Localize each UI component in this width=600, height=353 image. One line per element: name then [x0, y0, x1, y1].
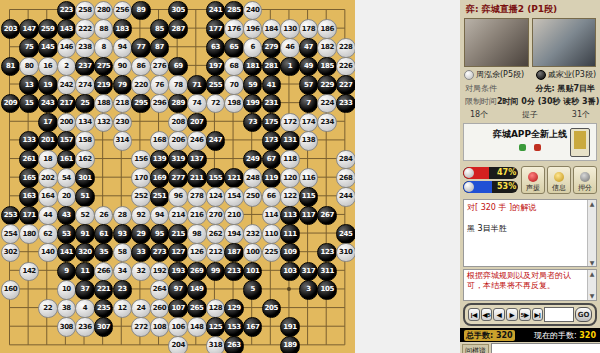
stone-w-32: 32 [131, 262, 151, 282]
notice-text: 根据弈城规则以及对局者的认可，本结果将不再反复。 [467, 271, 571, 290]
stone-b-165: 165 [19, 168, 39, 188]
stone-w-308: 308 [57, 317, 77, 337]
stone-b-69: 69 [168, 57, 188, 77]
stone-b-287: 287 [168, 19, 188, 39]
scroll-up-icon[interactable]: ▲ [590, 270, 595, 278]
stone-w-200: 200 [57, 113, 77, 133]
nav-first-button[interactable]: |◀ [468, 308, 480, 321]
stone-w-182: 182 [317, 38, 337, 58]
stone-b-319: 319 [168, 150, 188, 170]
conditions-row: 对局条件 分先: 黑贴7目半 [460, 82, 600, 95]
stone-w-130: 130 [280, 19, 300, 39]
stone-b-79: 79 [113, 75, 133, 95]
stone-b-171: 171 [19, 206, 39, 226]
apple-icon[interactable] [534, 144, 541, 151]
stone-b-143: 143 [57, 19, 77, 39]
stone-b-63: 63 [206, 38, 226, 58]
stone-b-119: 119 [262, 168, 282, 188]
stone-b-71: 71 [187, 75, 207, 95]
stone-w-274: 274 [75, 75, 95, 95]
go-button[interactable]: GO [575, 307, 592, 322]
stone-w-52: 52 [75, 206, 95, 226]
nav-last-button[interactable]: ▶| [532, 308, 544, 321]
stone-w-226: 226 [336, 57, 356, 77]
current-move-value: 320 [579, 331, 596, 340]
stone-b-23: 23 [113, 280, 133, 300]
stone-w-318: 318 [206, 336, 226, 353]
stone-b-53: 53 [57, 224, 77, 244]
stone-w-172: 172 [280, 113, 300, 133]
stone-w-78: 78 [168, 75, 188, 95]
nav-back5-button[interactable]: ◀5 [481, 308, 493, 321]
stone-w-34: 34 [113, 262, 133, 282]
stone-w-98: 98 [187, 224, 207, 244]
stone-b-211: 211 [187, 168, 207, 188]
stone-w-2: 2 [57, 57, 77, 77]
stone-w-162: 162 [75, 150, 95, 170]
stone-b-121: 121 [224, 168, 244, 188]
stone-b-259: 259 [38, 19, 58, 39]
commentary-scrollbar[interactable]: ▲ ▼ [587, 200, 596, 266]
stone-b-57: 57 [299, 75, 319, 95]
white-player-name: 周泓余(P5段) [476, 69, 524, 80]
stone-b-147: 147 [19, 19, 39, 39]
player-photos [460, 18, 600, 67]
stone-b-175: 175 [262, 113, 282, 133]
stone-w-146: 146 [57, 38, 77, 58]
stone-w-120: 120 [280, 168, 300, 188]
stone-w-236: 236 [75, 317, 95, 337]
stone-w-168: 168 [150, 131, 170, 151]
stone-b-41: 41 [262, 75, 282, 95]
stone-w-116: 116 [299, 168, 319, 188]
black-support-pct: 53% [497, 182, 516, 191]
chat-row: 问棋谱 [460, 343, 600, 353]
stone-w-18: 18 [38, 150, 58, 170]
stone-w-148: 148 [187, 317, 207, 337]
stone-w-310: 310 [336, 243, 356, 263]
white-support-bar: 47% [463, 167, 518, 179]
stone-b-111: 111 [280, 224, 300, 244]
white-player-photo [464, 18, 529, 67]
stone-w-258: 258 [75, 1, 95, 21]
stone-b-99: 99 [206, 262, 226, 282]
stone-w-24: 24 [131, 299, 151, 319]
stone-w-176: 176 [224, 19, 244, 39]
black-stone-icon [536, 70, 546, 80]
room-title: 弈: 弈城直播2 (P1段) [460, 0, 600, 18]
stone-w-230: 230 [113, 113, 133, 133]
scroll-down-icon[interactable]: ▼ [590, 259, 595, 266]
white-ball-icon [464, 168, 474, 178]
stone-b-9: 9 [57, 262, 77, 282]
nav-back-button[interactable]: ◀ [493, 308, 505, 321]
stone-w-122: 122 [280, 187, 300, 207]
stone-w-80: 80 [19, 57, 39, 77]
stone-b-97: 97 [168, 280, 188, 300]
notice-box: 根据弈城规则以及对局者的认可，本结果将不再反复。 ▲ ▼ [463, 269, 597, 301]
stone-b-125: 125 [206, 317, 226, 337]
stone-b-185: 185 [317, 57, 337, 77]
stone-w-246: 246 [187, 131, 207, 151]
stone-b-131: 131 [280, 131, 300, 151]
chat-input[interactable] [491, 343, 600, 353]
total-moves: 总手数: 320 [464, 330, 515, 341]
chat-tab[interactable]: 问棋谱 [462, 344, 489, 353]
stone-w-264: 264 [150, 280, 170, 300]
stone-b-269: 269 [187, 262, 207, 282]
stone-b-5: 5 [243, 280, 263, 300]
stone-b-277: 277 [168, 168, 188, 188]
nav-forward5-button[interactable]: 5▶ [519, 308, 531, 321]
stone-b-193: 193 [168, 262, 188, 282]
stone-b-295: 295 [131, 94, 151, 114]
stone-w-66: 66 [262, 187, 282, 207]
stone-b-75: 75 [19, 38, 39, 58]
stone-w-244: 244 [336, 187, 356, 207]
captures-label: 提子 [522, 109, 538, 120]
stone-w-44: 44 [38, 206, 58, 226]
stone-b-289: 289 [168, 94, 188, 114]
time-label: 限制时间 [465, 96, 497, 107]
android-icon[interactable] [519, 144, 526, 151]
stone-w-202: 202 [38, 168, 58, 188]
move-status-bar: 总手数: 320 现在的手数: 320 [460, 328, 600, 342]
stone-w-186: 186 [317, 19, 337, 39]
stone-w-164: 164 [38, 187, 58, 207]
stone-w-210: 210 [224, 206, 244, 226]
stone-w-6: 6 [243, 38, 263, 58]
stone-w-252: 252 [131, 187, 151, 207]
commentary-body: 黑 3目半胜 [467, 223, 586, 234]
stone-b-103: 103 [280, 262, 300, 282]
stone-b-213: 213 [224, 262, 244, 282]
stone-w-76: 76 [150, 75, 170, 95]
stone-b-11: 11 [75, 262, 95, 282]
stone-w-204: 204 [168, 336, 188, 353]
stone-w-158: 158 [75, 131, 95, 151]
stone-w-194: 194 [224, 224, 244, 244]
stone-b-137: 137 [187, 150, 207, 170]
stone-b-61: 61 [94, 224, 114, 244]
stone-w-46: 46 [280, 38, 300, 58]
stone-b-305: 305 [168, 1, 188, 21]
stone-w-216: 216 [187, 206, 207, 226]
stone-b-1: 1 [280, 57, 300, 77]
stone-b-15: 15 [19, 94, 39, 114]
stone-w-206: 206 [168, 131, 188, 151]
stone-w-20: 20 [57, 187, 77, 207]
bet-label: 押分 [578, 183, 592, 193]
stone-b-233: 233 [336, 94, 356, 114]
stone-b-3: 3 [299, 280, 319, 300]
stone-b-163: 163 [19, 187, 39, 207]
stone-b-37: 37 [75, 280, 95, 300]
stone-w-242: 242 [57, 75, 77, 95]
stone-w-160: 160 [1, 280, 21, 300]
black-ball-icon [464, 182, 474, 192]
stone-w-228: 228 [336, 38, 356, 58]
stone-w-180: 180 [19, 224, 39, 244]
stone-b-255: 255 [206, 75, 226, 95]
stone-w-106: 106 [168, 317, 188, 337]
notice-scrollbar[interactable]: ▲ ▼ [587, 270, 596, 300]
captures-row: 18个 提子 31个 [460, 108, 600, 121]
stone-w-96: 96 [168, 187, 188, 207]
stone-w-126: 126 [187, 243, 207, 263]
white-stone-icon [464, 70, 474, 80]
stone-w-254: 254 [1, 224, 21, 244]
stone-w-222: 222 [75, 19, 95, 39]
stone-b-51: 51 [75, 187, 95, 207]
stone-w-4: 4 [75, 299, 95, 319]
stone-b-197: 197 [206, 57, 226, 77]
stone-b-95: 95 [150, 224, 170, 244]
stone-w-256: 256 [113, 1, 133, 21]
stone-w-134: 134 [75, 113, 95, 133]
stone-w-68: 68 [224, 57, 244, 77]
stone-w-284: 284 [336, 150, 356, 170]
stone-b-145: 145 [38, 38, 58, 58]
bet-button[interactable]: 押分 [573, 166, 597, 194]
cheer-button[interactable]: 声援 [521, 166, 545, 194]
stone-w-86: 86 [131, 57, 151, 77]
stone-w-10: 10 [57, 280, 77, 300]
empty-panel [355, 0, 460, 353]
stone-w-92: 92 [131, 206, 151, 226]
chips-icon [580, 172, 590, 182]
stone-w-70: 70 [224, 75, 244, 95]
time-row: 限制时间 2时间 0分 (30秒 读秒 3番) [460, 95, 600, 108]
stone-b-265: 265 [187, 299, 207, 319]
stone-b-33: 33 [131, 243, 151, 263]
stone-w-278: 278 [187, 187, 207, 207]
stone-b-85: 85 [150, 19, 170, 39]
stone-b-107: 107 [168, 299, 188, 319]
phone-icon [570, 128, 590, 157]
stone-w-62: 62 [38, 224, 58, 244]
stone-b-263: 263 [224, 336, 244, 353]
white-support-pct: 47% [497, 168, 516, 177]
stone-w-184: 184 [262, 19, 282, 39]
cheer-label: 声援 [526, 183, 540, 193]
stone-w-88: 88 [94, 19, 114, 39]
time-value: 2时间 0分 (30秒 读秒 3番) [497, 96, 599, 107]
stone-w-208: 208 [168, 113, 188, 133]
stone-w-94: 94 [113, 38, 133, 58]
stone-b-221: 221 [94, 280, 114, 300]
stone-b-311: 311 [317, 262, 337, 282]
stone-b-301: 301 [75, 168, 95, 188]
stone-b-183: 183 [113, 19, 133, 39]
info-button[interactable]: 信息 [547, 166, 571, 194]
stone-w-142: 142 [19, 262, 39, 282]
scroll-up-icon[interactable]: ▲ [590, 200, 595, 207]
stone-b-89: 89 [131, 1, 151, 21]
stone-b-227: 227 [336, 75, 356, 95]
stone-w-214: 214 [168, 206, 188, 226]
commentary-box[interactable]: 对[ 320 手 ]的解说 黑 3目半胜 ▲ ▼ [463, 199, 597, 267]
stone-w-108: 108 [150, 317, 170, 337]
black-player-name: 戚家业(P3段) [548, 69, 596, 80]
info-label: 信息 [552, 183, 566, 193]
sidebar: 弈: 弈城直播2 (P1段) 周泓余(P5段) 戚家业(P3段) 对局条件 分先… [460, 0, 600, 353]
stone-b-115: 115 [299, 187, 319, 207]
stone-w-170: 170 [131, 168, 151, 188]
stone-b-93: 93 [113, 224, 133, 244]
support-bars: 47% 53% [463, 165, 518, 195]
stone-w-28: 28 [113, 206, 133, 226]
stone-b-187: 187 [224, 243, 244, 263]
stone-w-54: 54 [57, 168, 77, 188]
stone-b-237: 237 [75, 57, 95, 77]
stone-b-281: 281 [262, 57, 282, 77]
stone-w-268: 268 [336, 168, 356, 188]
stone-b-155: 155 [206, 168, 226, 188]
stone-b-17: 17 [38, 113, 58, 133]
go-client-window: 2232582802568930524128524020314725914322… [0, 0, 600, 353]
stone-w-8: 8 [94, 38, 114, 58]
stone-w-234: 234 [317, 113, 337, 133]
stone-w-22: 22 [38, 299, 58, 319]
action-buttons: 声援 信息 押分 [521, 165, 597, 195]
stone-b-29: 29 [131, 224, 151, 244]
stone-b-219: 219 [94, 75, 114, 95]
stone-w-114: 114 [262, 206, 282, 226]
stone-b-207: 207 [187, 113, 207, 133]
stone-b-19: 19 [38, 75, 58, 95]
go-board[interactable]: 2232582802568930524128524020314725914322… [0, 0, 355, 353]
stone-w-118: 118 [280, 150, 300, 170]
stone-b-153: 153 [224, 317, 244, 337]
white-captures: 18个 [470, 109, 488, 120]
flower-icon [528, 172, 538, 182]
stone-w-90: 90 [113, 57, 133, 77]
stone-b-65: 65 [224, 38, 244, 58]
stone-w-250: 250 [243, 187, 263, 207]
stone-w-272: 272 [131, 317, 151, 337]
stone-b-109: 109 [280, 243, 300, 263]
nav-forward-button[interactable]: ▶ [506, 308, 518, 321]
stone-b-77: 77 [131, 38, 151, 58]
stone-w-178: 178 [299, 19, 319, 39]
move-navigation: |◀ ◀5 ◀ ▶ 5▶ ▶| GO [463, 303, 597, 326]
gold-icon [554, 172, 564, 182]
commentary-title: 对[ 320 手 ]的解说 [467, 202, 586, 213]
stone-b-189: 189 [280, 336, 300, 353]
stone-b-25: 25 [75, 94, 95, 114]
stone-w-238: 238 [75, 38, 95, 58]
stone-b-229: 229 [317, 75, 337, 95]
stone-b-157: 157 [57, 131, 77, 151]
stone-b-149: 149 [187, 280, 207, 300]
stone-w-74: 74 [187, 94, 207, 114]
stone-b-105: 105 [317, 280, 337, 300]
stone-b-279: 279 [262, 38, 282, 58]
stone-w-314: 314 [113, 131, 133, 151]
stone-b-251: 251 [150, 187, 170, 207]
stone-b-191: 191 [280, 317, 300, 337]
conditions-label: 对局条件 [465, 83, 497, 94]
support-zone: 47% 53% 声援 信息 押分 [460, 163, 600, 197]
stone-b-87: 87 [150, 38, 170, 58]
stone-b-91: 91 [75, 224, 95, 244]
stone-b-247: 247 [206, 131, 226, 151]
stone-b-59: 59 [243, 75, 263, 95]
stone-b-13: 13 [19, 75, 39, 95]
stone-w-262: 262 [206, 224, 226, 244]
stone-b-43: 43 [57, 206, 77, 226]
stone-b-201: 201 [38, 131, 58, 151]
stone-b-245: 245 [336, 224, 356, 244]
stone-b-267: 267 [317, 206, 337, 226]
black-support-bar: 53% [463, 181, 518, 193]
stone-b-129: 129 [224, 299, 244, 319]
stone-b-169: 169 [150, 168, 170, 188]
stone-w-154: 154 [224, 187, 244, 207]
stone-w-138: 138 [299, 131, 319, 151]
stone-w-140: 140 [38, 243, 58, 263]
stone-b-215: 215 [168, 224, 188, 244]
stone-b-113: 113 [280, 206, 300, 226]
stone-w-156: 156 [131, 150, 151, 170]
stone-w-16: 16 [38, 57, 58, 77]
stone-b-173: 173 [262, 131, 282, 151]
black-player-photo [532, 18, 597, 67]
stone-w-110: 110 [262, 224, 282, 244]
stone-b-133: 133 [19, 131, 39, 151]
scroll-down-icon[interactable]: ▼ [590, 292, 595, 300]
stone-b-261: 261 [19, 150, 39, 170]
stone-b-285: 285 [224, 1, 244, 21]
stone-w-220: 220 [131, 75, 151, 95]
player-names: 周泓余(P5段) 戚家业(P3段) [460, 67, 600, 82]
app-banner[interactable]: 弈城APP全新上线 [463, 123, 597, 161]
stone-b-47: 47 [299, 38, 319, 58]
stone-b-320: 320 [75, 243, 95, 263]
stone-b-243: 243 [38, 94, 58, 114]
black-captures: 31个 [572, 109, 590, 120]
stone-b-203: 203 [1, 19, 21, 39]
stone-b-177: 177 [206, 19, 226, 39]
move-number-input[interactable] [544, 307, 574, 322]
stone-w-124: 124 [206, 187, 226, 207]
stone-w-232: 232 [243, 224, 263, 244]
conditions-value: 分先: 黑贴7目半 [535, 83, 595, 94]
current-move-label: 现在的手数: [534, 331, 577, 340]
stone-w-198: 198 [224, 94, 244, 114]
